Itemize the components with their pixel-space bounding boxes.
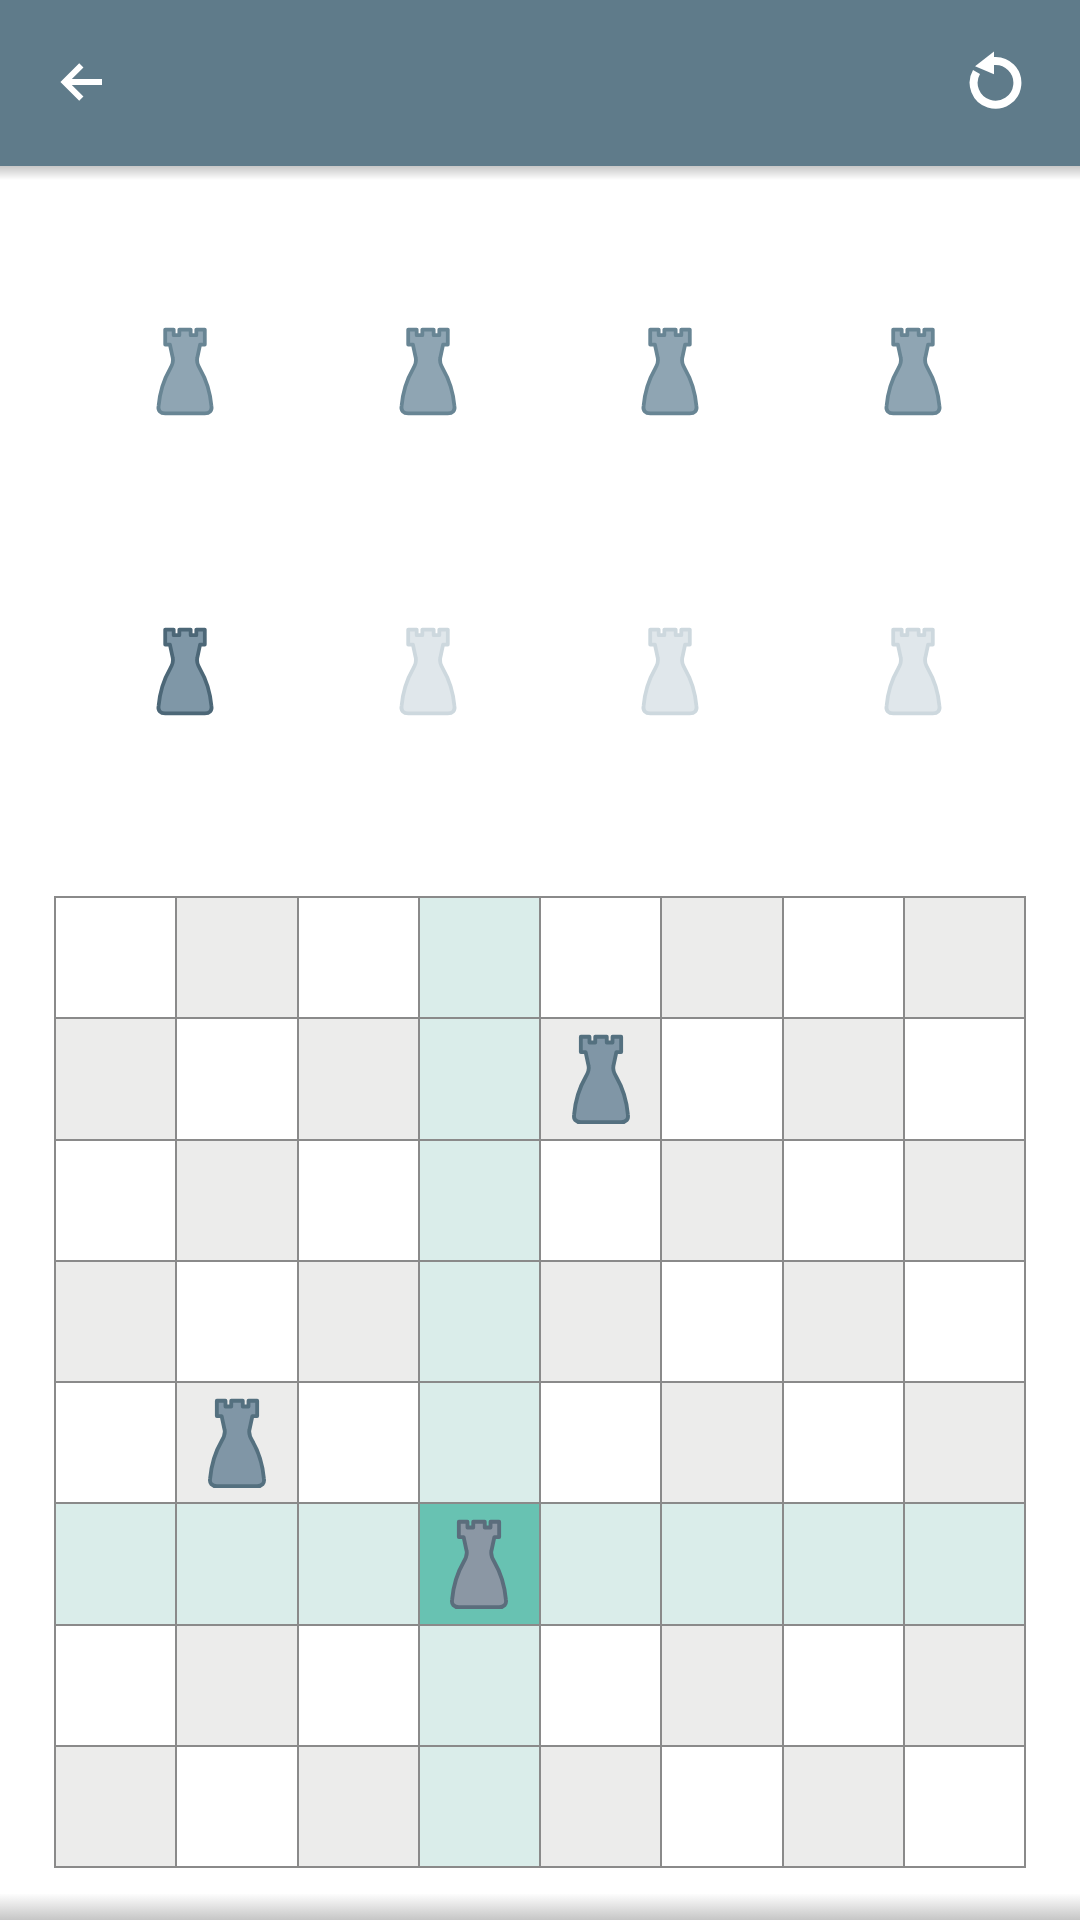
board-cell[interactable] — [299, 1747, 418, 1866]
board-cell[interactable] — [784, 1504, 903, 1623]
board-cell[interactable] — [420, 1383, 539, 1502]
board-cell[interactable] — [541, 1504, 660, 1623]
board-cell[interactable] — [784, 1141, 903, 1260]
board-cell[interactable] — [177, 898, 296, 1017]
bottom-bar — [0, 1894, 1080, 1920]
tray-rook[interactable] — [395, 322, 461, 420]
board-cell[interactable] — [541, 898, 660, 1017]
board-cell[interactable] — [662, 1747, 781, 1866]
tray-slot-empty — [880, 622, 946, 720]
board-cell[interactable] — [299, 1383, 418, 1502]
board-cell[interactable] — [905, 1141, 1024, 1260]
tray-rook[interactable] — [880, 322, 946, 420]
board-cell[interactable] — [299, 1504, 418, 1623]
rook-icon — [637, 322, 703, 420]
tray-slot-empty — [637, 622, 703, 720]
board-cell-with-rook[interactable] — [541, 1019, 660, 1138]
rook-tray — [64, 322, 1034, 720]
board-cell[interactable] — [299, 1019, 418, 1138]
rook-ghost-icon — [880, 622, 946, 720]
tray-slot-empty — [395, 622, 461, 720]
rook-icon — [565, 1031, 637, 1127]
board-cell[interactable] — [420, 1747, 539, 1866]
board-cell[interactable] — [177, 1626, 296, 1745]
board-cell[interactable] — [905, 898, 1024, 1017]
board-cell[interactable] — [662, 1262, 781, 1381]
board-cell[interactable] — [56, 1019, 175, 1138]
reset-icon — [959, 45, 1029, 115]
board-cell[interactable] — [662, 1626, 781, 1745]
rook-icon — [395, 322, 461, 420]
board-cell[interactable] — [56, 1262, 175, 1381]
board-cell[interactable] — [905, 1747, 1024, 1866]
tray-rook[interactable] — [637, 322, 703, 420]
board-cell[interactable] — [662, 1019, 781, 1138]
rook-icon — [152, 322, 218, 420]
board-cell[interactable] — [905, 1019, 1024, 1138]
reset-button[interactable] — [946, 32, 1042, 128]
board-cell[interactable] — [56, 1747, 175, 1866]
tray-rook[interactable] — [152, 622, 218, 720]
board-cell[interactable] — [420, 898, 539, 1017]
board-cell-with-rook[interactable] — [177, 1383, 296, 1502]
app-bar — [0, 0, 1080, 166]
board-cell[interactable] — [541, 1626, 660, 1745]
board-cell[interactable] — [177, 1262, 296, 1381]
board-cell[interactable] — [662, 898, 781, 1017]
board-cell[interactable] — [56, 1141, 175, 1260]
board-cell[interactable] — [784, 1747, 903, 1866]
board-cell[interactable] — [541, 1747, 660, 1866]
board-cell[interactable] — [177, 1747, 296, 1866]
rook-icon — [201, 1395, 273, 1491]
board-cell[interactable] — [177, 1141, 296, 1260]
chess-board — [54, 896, 1026, 1868]
tray-rook[interactable] — [152, 322, 218, 420]
board-cell[interactable] — [177, 1019, 296, 1138]
rook-ghost-icon — [395, 622, 461, 720]
back-button[interactable] — [34, 34, 130, 130]
board-cell[interactable] — [784, 1626, 903, 1745]
board-cell[interactable] — [56, 1383, 175, 1502]
board-cell[interactable] — [905, 1626, 1024, 1745]
board-cell[interactable] — [420, 1019, 539, 1138]
board-cell[interactable] — [541, 1141, 660, 1260]
board-cell[interactable] — [56, 898, 175, 1017]
board-cell[interactable] — [662, 1383, 781, 1502]
rook-icon — [152, 622, 218, 720]
rook-icon — [443, 1516, 515, 1612]
board-cell[interactable] — [905, 1383, 1024, 1502]
board-cell[interactable] — [299, 1141, 418, 1260]
back-arrow-icon — [50, 50, 114, 114]
board-cell[interactable] — [299, 1262, 418, 1381]
board-cell[interactable] — [177, 1504, 296, 1623]
board-cell-with-rook[interactable] — [420, 1504, 539, 1623]
board-cell[interactable] — [56, 1504, 175, 1623]
board-cell[interactable] — [905, 1504, 1024, 1623]
board-cell[interactable] — [541, 1383, 660, 1502]
board-cell[interactable] — [299, 1626, 418, 1745]
board-cell[interactable] — [541, 1262, 660, 1381]
board-cell[interactable] — [56, 1626, 175, 1745]
board-cell[interactable] — [784, 1262, 903, 1381]
rook-ghost-icon — [637, 622, 703, 720]
board-cell[interactable] — [784, 898, 903, 1017]
rook-icon — [880, 322, 946, 420]
board-cell[interactable] — [662, 1141, 781, 1260]
board-cell[interactable] — [784, 1019, 903, 1138]
board-cell[interactable] — [299, 898, 418, 1017]
board-cell[interactable] — [662, 1504, 781, 1623]
board-cell[interactable] — [420, 1262, 539, 1381]
board-cell[interactable] — [420, 1626, 539, 1745]
board-cell[interactable] — [784, 1383, 903, 1502]
board-cell[interactable] — [905, 1262, 1024, 1381]
board-cell[interactable] — [420, 1141, 539, 1260]
